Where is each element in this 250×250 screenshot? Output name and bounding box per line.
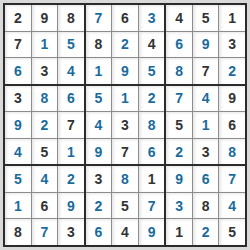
cell-r2c5[interactable]: 2 [112, 32, 138, 58]
cell-r5c2[interactable]: 2 [32, 112, 58, 138]
cell-r3c3[interactable]: 4 [58, 58, 84, 84]
cell-r2c8[interactable]: 9 [193, 32, 219, 58]
cell-r7c3[interactable]: 2 [58, 166, 84, 192]
cell-r5c6[interactable]: 8 [139, 112, 165, 138]
cell-r5c8[interactable]: 1 [193, 112, 219, 138]
cell-r4c6[interactable]: 2 [139, 86, 165, 112]
cell-r8c4[interactable]: 2 [86, 193, 112, 219]
cell-r7c2[interactable]: 4 [32, 166, 58, 192]
cell-r7c8[interactable]: 6 [193, 166, 219, 192]
cell-r4c8[interactable]: 4 [193, 86, 219, 112]
cell-r8c9[interactable]: 4 [219, 193, 245, 219]
cell-r3c1[interactable]: 6 [5, 58, 31, 84]
cell-r9c7[interactable]: 1 [166, 219, 192, 245]
cell-r6c6[interactable]: 6 [139, 139, 165, 165]
cell-r9c2[interactable]: 7 [32, 219, 58, 245]
cell-r8c5[interactable]: 5 [112, 193, 138, 219]
cell-r1c1[interactable]: 2 [5, 5, 31, 31]
cell-r6c2[interactable]: 5 [32, 139, 58, 165]
cell-r9c5[interactable]: 4 [112, 219, 138, 245]
cell-r1c7[interactable]: 4 [166, 5, 192, 31]
sudoku-board: 2987156347638241954516938723869274515124… [3, 3, 247, 247]
cell-r3c6[interactable]: 5 [139, 58, 165, 84]
cell-r9c6[interactable]: 9 [139, 219, 165, 245]
cell-r7c1[interactable]: 5 [5, 166, 31, 192]
cell-r8c2[interactable]: 6 [32, 193, 58, 219]
cell-r5c3[interactable]: 7 [58, 112, 84, 138]
cell-r7c5[interactable]: 8 [112, 166, 138, 192]
cell-r8c3[interactable]: 9 [58, 193, 84, 219]
cell-r6c5[interactable]: 7 [112, 139, 138, 165]
cell-r2c2[interactable]: 1 [32, 32, 58, 58]
cell-r9c8[interactable]: 2 [193, 219, 219, 245]
box-4: 512438976 [86, 86, 165, 165]
cell-r9c4[interactable]: 6 [86, 219, 112, 245]
cell-r6c8[interactable]: 3 [193, 139, 219, 165]
box-7: 381257649 [86, 166, 165, 245]
cell-r2c7[interactable]: 6 [166, 32, 192, 58]
cell-r7c4[interactable]: 3 [86, 166, 112, 192]
cell-r2c4[interactable]: 8 [86, 32, 112, 58]
cell-r4c2[interactable]: 8 [32, 86, 58, 112]
cell-r1c3[interactable]: 8 [58, 5, 84, 31]
cell-r2c6[interactable]: 4 [139, 32, 165, 58]
cell-r5c9[interactable]: 6 [219, 112, 245, 138]
box-3: 386927451 [5, 86, 84, 165]
cell-r8c1[interactable]: 1 [5, 193, 31, 219]
cell-r3c2[interactable]: 3 [32, 58, 58, 84]
box-6: 542169873 [5, 166, 84, 245]
sudoku-page: 2987156347638241954516938723869274515124… [0, 0, 250, 250]
cell-r9c9[interactable]: 5 [219, 219, 245, 245]
cell-r5c4[interactable]: 4 [86, 112, 112, 138]
cell-r4c7[interactable]: 7 [166, 86, 192, 112]
cell-r9c1[interactable]: 8 [5, 219, 31, 245]
cell-r1c9[interactable]: 1 [219, 5, 245, 31]
cell-r9c3[interactable]: 3 [58, 219, 84, 245]
cell-r3c9[interactable]: 2 [219, 58, 245, 84]
cell-r1c8[interactable]: 5 [193, 5, 219, 31]
cell-r3c8[interactable]: 7 [193, 58, 219, 84]
cell-r2c9[interactable]: 3 [219, 32, 245, 58]
cell-r6c1[interactable]: 4 [5, 139, 31, 165]
box-2: 451693872 [166, 5, 245, 84]
cell-r4c5[interactable]: 1 [112, 86, 138, 112]
cell-r5c1[interactable]: 9 [5, 112, 31, 138]
cell-r8c7[interactable]: 3 [166, 193, 192, 219]
cell-r6c3[interactable]: 1 [58, 139, 84, 165]
cell-r1c4[interactable]: 7 [86, 5, 112, 31]
cell-r6c9[interactable]: 8 [219, 139, 245, 165]
cell-r4c9[interactable]: 9 [219, 86, 245, 112]
cell-r5c7[interactable]: 5 [166, 112, 192, 138]
cell-r4c1[interactable]: 3 [5, 86, 31, 112]
box-0: 298715634 [5, 5, 84, 84]
cell-r1c2[interactable]: 9 [32, 5, 58, 31]
cell-r1c6[interactable]: 3 [139, 5, 165, 31]
box-1: 763824195 [86, 5, 165, 84]
cell-r2c1[interactable]: 7 [5, 32, 31, 58]
cell-r7c7[interactable]: 9 [166, 166, 192, 192]
box-8: 967384125 [166, 166, 245, 245]
cell-r6c7[interactable]: 2 [166, 139, 192, 165]
cell-r3c7[interactable]: 8 [166, 58, 192, 84]
cell-r8c6[interactable]: 7 [139, 193, 165, 219]
cell-r6c4[interactable]: 9 [86, 139, 112, 165]
box-5: 749516238 [166, 86, 245, 165]
cell-r7c6[interactable]: 1 [139, 166, 165, 192]
cell-r1c5[interactable]: 6 [112, 5, 138, 31]
cell-r4c4[interactable]: 5 [86, 86, 112, 112]
cell-r5c5[interactable]: 3 [112, 112, 138, 138]
cell-r3c5[interactable]: 9 [112, 58, 138, 84]
cell-r2c3[interactable]: 5 [58, 32, 84, 58]
cell-r7c9[interactable]: 7 [219, 166, 245, 192]
cell-r4c3[interactable]: 6 [58, 86, 84, 112]
cell-r3c4[interactable]: 1 [86, 58, 112, 84]
cell-r8c8[interactable]: 8 [193, 193, 219, 219]
